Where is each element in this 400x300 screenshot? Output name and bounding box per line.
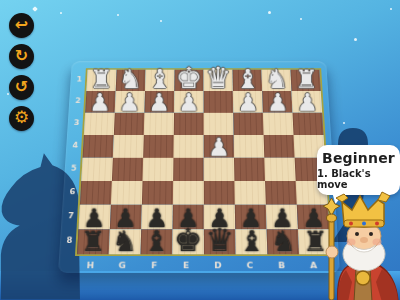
restart-button[interactable]: ↻ xyxy=(9,44,34,69)
square-f5[interactable] xyxy=(143,158,174,181)
white-pawn-g2[interactable]: ♟ xyxy=(119,90,141,114)
sparkle xyxy=(32,6,38,12)
rank-label: 5 xyxy=(68,156,80,179)
file-labels: HGFEDCBA xyxy=(74,261,334,270)
settings-button[interactable]: ⚙ xyxy=(9,106,34,131)
square-h4[interactable] xyxy=(83,135,114,158)
square-h6[interactable] xyxy=(80,181,112,205)
file-label: H xyxy=(74,261,106,270)
square-b8[interactable]: ♞ xyxy=(267,229,300,254)
square-b2[interactable]: ♟ xyxy=(262,91,292,113)
black-bishop-c8[interactable]: ♝ xyxy=(239,227,265,256)
move-status-label: 1. Black's move xyxy=(317,168,400,190)
sparkle xyxy=(268,11,271,14)
gear-icon: ⚙ xyxy=(14,109,29,126)
square-e5[interactable] xyxy=(173,158,204,181)
square-f2[interactable]: ♟ xyxy=(144,91,174,113)
square-c2[interactable]: ♟ xyxy=(233,91,263,113)
square-g8[interactable]: ♞ xyxy=(109,229,141,254)
square-g2[interactable]: ♟ xyxy=(115,91,145,113)
sparkle xyxy=(354,38,357,41)
sparkle xyxy=(343,122,345,124)
file-label: G xyxy=(106,261,138,270)
square-d4[interactable]: ♟ xyxy=(204,135,234,158)
square-a2[interactable]: ♟ xyxy=(291,91,322,113)
square-h3[interactable] xyxy=(84,113,115,135)
square-g4[interactable] xyxy=(113,135,144,158)
square-f6[interactable] xyxy=(142,181,173,205)
black-bishop-f8[interactable]: ♝ xyxy=(143,227,169,256)
sparkle xyxy=(117,14,119,16)
file-label: B xyxy=(266,261,298,270)
square-c5[interactable] xyxy=(234,158,265,181)
white-pawn-f2[interactable]: ♟ xyxy=(148,90,170,114)
black-queen-d8[interactable]: ♛ xyxy=(206,224,234,256)
square-c6[interactable] xyxy=(234,181,265,205)
file-label: E xyxy=(170,261,202,270)
square-e4[interactable] xyxy=(173,135,203,158)
undo-arrow-icon: ↺ xyxy=(15,79,28,95)
chess-app-screen: ↩↻↺⚙ 12345678 ♜♞♝♚♛♝♞♜♟♟♟♟♟♟♟♟♟♟♟♟♟♟♟♟♜♞… xyxy=(0,0,400,300)
redo-circle-icon: ↻ xyxy=(15,48,28,64)
square-h8[interactable]: ♜ xyxy=(77,229,110,254)
square-c4[interactable] xyxy=(234,135,265,158)
file-label: D xyxy=(202,261,234,270)
white-pawn-e2[interactable]: ♟ xyxy=(178,90,200,114)
black-king-e8[interactable]: ♚ xyxy=(174,224,202,256)
square-e8[interactable]: ♚ xyxy=(172,229,204,254)
rank-label: 2 xyxy=(72,89,83,111)
rank-label: 1 xyxy=(74,68,85,89)
square-f3[interactable] xyxy=(144,113,174,135)
white-pawn-c2[interactable]: ♟ xyxy=(237,90,259,114)
black-knight-b8[interactable]: ♞ xyxy=(270,227,296,256)
rank-label: 4 xyxy=(69,133,81,156)
square-e6[interactable] xyxy=(173,181,204,205)
back-button[interactable]: ↩ xyxy=(9,13,34,38)
white-pawn-a2[interactable]: ♟ xyxy=(297,90,319,114)
back-arrow-icon: ↩ xyxy=(15,17,28,33)
file-label: F xyxy=(138,261,170,270)
square-e2[interactable]: ♟ xyxy=(174,91,204,113)
rank-label: 3 xyxy=(71,111,83,133)
square-c3[interactable] xyxy=(233,113,263,135)
board-grid: ♜♞♝♚♛♝♞♜♟♟♟♟♟♟♟♟♟♟♟♟♟♟♟♟♜♞♝♚♛♝♞♜ xyxy=(75,68,333,256)
square-c8[interactable]: ♝ xyxy=(235,229,267,254)
white-queen-d1[interactable]: ♛ xyxy=(205,63,231,92)
square-a3[interactable] xyxy=(292,113,323,135)
square-d3[interactable] xyxy=(204,113,234,135)
square-d8[interactable]: ♛ xyxy=(204,229,236,254)
rank-label: 6 xyxy=(66,179,78,203)
difficulty-label: Beginner xyxy=(322,150,395,166)
hint-bubble: Beginner 1. Black's move xyxy=(317,145,400,195)
white-pawn-b2[interactable]: ♟ xyxy=(267,90,289,114)
square-h5[interactable] xyxy=(81,158,113,181)
sparkle xyxy=(390,8,392,10)
black-knight-g8[interactable]: ♞ xyxy=(112,227,138,256)
square-g3[interactable] xyxy=(114,113,145,135)
white-pawn-h2[interactable]: ♟ xyxy=(89,90,111,114)
square-d6[interactable] xyxy=(204,181,235,205)
rank-label: 7 xyxy=(65,203,77,227)
square-e3[interactable] xyxy=(174,113,204,135)
black-rook-h8[interactable]: ♜ xyxy=(80,228,105,256)
square-b6[interactable] xyxy=(265,181,297,205)
square-f8[interactable]: ♝ xyxy=(141,229,173,254)
file-label: C xyxy=(234,261,266,270)
sparkle xyxy=(160,20,162,22)
rank-label: 8 xyxy=(63,227,75,252)
square-h2[interactable]: ♟ xyxy=(85,91,116,113)
square-g5[interactable] xyxy=(112,158,143,181)
square-g6[interactable] xyxy=(111,181,143,205)
square-b4[interactable] xyxy=(264,135,295,158)
square-f4[interactable] xyxy=(143,135,174,158)
board-frame: 12345678 ♜♞♝♚♛♝♞♜♟♟♟♟♟♟♟♟♟♟♟♟♟♟♟♟♜♞♝♚♛♝♞… xyxy=(58,61,340,273)
square-d5[interactable] xyxy=(204,158,235,181)
square-b5[interactable] xyxy=(264,158,295,181)
sparkle xyxy=(60,12,63,15)
square-d1[interactable]: ♛ xyxy=(204,70,233,91)
square-b3[interactable] xyxy=(263,113,294,135)
sparkle xyxy=(7,93,9,95)
white-pawn-d4[interactable]: ♟ xyxy=(208,135,230,160)
chess-board: 12345678 ♜♞♝♚♛♝♞♜♟♟♟♟♟♟♟♟♟♟♟♟♟♟♟♟♜♞♝♚♛♝♞… xyxy=(58,26,340,273)
king-mascot xyxy=(318,190,400,300)
square-d2[interactable] xyxy=(204,91,234,113)
sparkle xyxy=(300,18,302,20)
undo-button[interactable]: ↺ xyxy=(9,75,34,100)
